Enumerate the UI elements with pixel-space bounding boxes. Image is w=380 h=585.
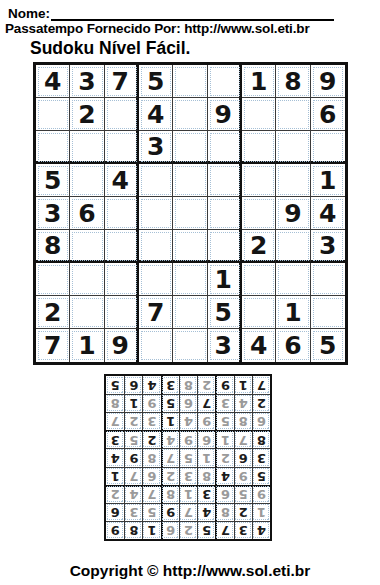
solution-cell-r6c9: 3 [106,430,124,448]
cell-r2c8[interactable] [276,98,310,131]
solution-cell-r4c7: 6 [142,467,160,485]
solution-cell-r2c5: 7 [179,503,197,521]
cell-r5c7[interactable] [242,197,276,230]
solution-cell-r7c4: 9 [197,412,215,430]
cell-r8c1: 2 [36,296,70,329]
solution-cell-r1c7: 1 [142,521,160,539]
solution-cell-r5c2: 6 [234,448,252,466]
cell-r3c4: 3 [139,131,173,164]
cell-r9c2: 1 [70,329,104,362]
cell-r4c5[interactable] [173,164,207,197]
solution-cell-r6c8: 5 [124,430,142,448]
solution-cell-r7c7: 3 [142,412,160,430]
solution-cell-r7c2: 8 [234,412,252,430]
name-field-row: Nome: [8,4,334,21]
cell-r3c7[interactable] [242,131,276,164]
solution-cell-r1c9: 9 [106,521,124,539]
cell-r5c1: 3 [36,197,70,230]
cell-r4c3: 4 [105,164,139,197]
cell-r5c3[interactable] [105,197,139,230]
solution-cell-r4c8: 7 [124,467,142,485]
cell-r6c5[interactable] [173,230,207,263]
cell-r4c6[interactable] [208,164,242,197]
solution-cell-r6c7: 2 [142,430,160,448]
solution-cell-r2c9: 6 [106,503,124,521]
solution-cell-r8c4: 7 [197,394,215,412]
cell-r1c5[interactable] [173,65,207,98]
solution-cell-r3c1: 9 [252,485,270,503]
solution-cell-r9c6: 3 [161,376,179,394]
solution-cell-r2c8: 3 [124,503,142,521]
cell-r2c3[interactable] [105,98,139,131]
cell-r7c6: 1 [208,263,242,296]
cell-r5c9: 4 [311,197,345,230]
sudoku-board: 4375189249635413694823127517193465 [33,62,348,365]
cell-r3c8[interactable] [276,131,310,164]
solution-cell-r7c8: 2 [124,412,142,430]
solution-cell-r9c5: 8 [179,376,197,394]
cell-r2c5[interactable] [173,98,207,131]
cell-r5c4[interactable] [139,197,173,230]
solution-cell-r5c1: 3 [252,448,270,466]
cell-r9c4[interactable] [139,329,173,362]
solution-cell-r8c2: 4 [234,394,252,412]
solution-cell-r3c3: 6 [215,485,233,503]
solution-cell-r4c5: 3 [179,467,197,485]
cell-r5c8: 9 [276,197,310,230]
solution-cell-r9c9: 5 [106,376,124,394]
solution-cell-r5c9: 4 [106,448,124,466]
solution-cell-r9c4: 2 [197,376,215,394]
solution-cell-r2c4: 4 [197,503,215,521]
cell-r8c4: 7 [139,296,173,329]
cell-r1c7: 1 [242,65,276,98]
solution-cell-r4c3: 4 [215,467,233,485]
cell-r3c9[interactable] [311,131,345,164]
solution-cell-r1c6: 6 [161,521,179,539]
cell-r7c7[interactable] [242,263,276,296]
cell-r4c2[interactable] [70,164,104,197]
cell-r6c2[interactable] [70,230,104,263]
solution-cell-r3c5: 1 [179,485,197,503]
name-blank-line[interactable] [51,4,334,21]
name-label: Nome: [8,6,50,21]
solution-cell-r6c4: 6 [197,430,215,448]
solution-cell-r4c9: 1 [106,467,124,485]
cell-r7c3[interactable] [105,263,139,296]
solution-cell-r6c6: 4 [161,430,179,448]
solution-cell-r4c6: 2 [161,467,179,485]
cell-r4c8[interactable] [276,164,310,197]
cell-r7c9[interactable] [311,263,345,296]
solution-cell-r3c7: 7 [142,485,160,503]
solution-cell-r5c8: 9 [124,448,142,466]
solution-cell-r1c3: 7 [215,521,233,539]
cell-r6c3[interactable] [105,230,139,263]
solution-cell-r1c2: 3 [234,521,252,539]
cell-r1c2: 3 [70,65,104,98]
solution-cell-r1c5: 2 [179,521,197,539]
cell-r1c1: 4 [36,65,70,98]
solution-cell-r4c2: 9 [234,467,252,485]
solution-cell-r3c8: 4 [124,485,142,503]
cell-r7c5[interactable] [173,263,207,296]
solution-cell-r1c8: 8 [124,521,142,539]
cell-r7c2[interactable] [70,263,104,296]
cell-r5c6[interactable] [208,197,242,230]
solution-cell-r6c1: 8 [252,430,270,448]
solution-cell-r2c7: 5 [142,503,160,521]
cell-r2c1[interactable] [36,98,70,131]
cell-r1c3: 7 [105,65,139,98]
solution-cell-r4c4: 8 [197,467,215,485]
cell-r4c1: 5 [36,164,70,197]
cell-r3c3[interactable] [105,131,139,164]
solution-cell-r1c4: 5 [197,521,215,539]
solution-cell-r5c3: 2 [215,448,233,466]
cell-r2c7[interactable] [242,98,276,131]
cell-r9c9: 5 [311,329,345,362]
cell-r1c8: 8 [276,65,310,98]
cell-r3c6[interactable] [208,131,242,164]
solution-cell-r9c3: 9 [215,376,233,394]
page-title: Sudoku Nível Fácil. [30,38,190,59]
cell-r1c6[interactable] [208,65,242,98]
solution-cell-r8c1: 2 [252,394,270,412]
solution-cell-r8c3: 3 [215,394,233,412]
sudoku-solution-board: 4375261891284795369563187425948326713621… [104,374,272,541]
solution-cell-r5c7: 8 [142,448,160,466]
solution-cell-r9c2: 1 [234,376,252,394]
cell-r6c8[interactable] [276,230,310,263]
cell-r4c7[interactable] [242,164,276,197]
cell-r8c5[interactable] [173,296,207,329]
cell-r5c5[interactable] [173,197,207,230]
solution-cell-r2c2: 2 [234,503,252,521]
cell-r2c6: 9 [208,98,242,131]
cell-r4c9: 1 [311,164,345,197]
solution-cell-r7c3: 5 [215,412,233,430]
cell-r9c5[interactable] [173,329,207,362]
solution-cell-r9c7: 4 [142,376,160,394]
cell-r6c7: 2 [242,230,276,263]
cell-r8c2[interactable] [70,296,104,329]
solution-cell-r8c7: 9 [142,394,160,412]
cell-r7c4[interactable] [139,263,173,296]
cell-r8c7[interactable] [242,296,276,329]
copyright-text: Copyright © http://www.sol.eti.br [0,562,380,580]
cell-r6c4[interactable] [139,230,173,263]
solution-cell-r3c9: 2 [106,485,124,503]
solution-cell-r8c5: 6 [179,394,197,412]
solution-cell-r8c9: 8 [106,394,124,412]
solution-cell-r3c2: 5 [234,485,252,503]
cell-r7c8[interactable] [276,263,310,296]
cell-r7c1[interactable] [36,263,70,296]
solution-cell-r8c8: 1 [124,394,142,412]
cell-r5c2: 6 [70,197,104,230]
cell-r4c4[interactable] [139,164,173,197]
cell-r9c3: 9 [105,329,139,362]
solution-cell-r2c1: 1 [252,503,270,521]
cell-r3c1[interactable] [36,131,70,164]
solution-cell-r3c4: 3 [197,485,215,503]
solution-cell-r6c2: 7 [234,430,252,448]
cell-r8c6: 5 [208,296,242,329]
solution-cell-r6c3: 1 [215,430,233,448]
solution-cell-r9c8: 6 [124,376,142,394]
solution-cell-r7c9: 7 [106,412,124,430]
cell-r8c8: 1 [276,296,310,329]
cell-r2c2: 2 [70,98,104,131]
solution-cell-r1c1: 4 [252,521,270,539]
solution-cell-r2c6: 9 [161,503,179,521]
cell-r3c5[interactable] [173,131,207,164]
cell-r8c9[interactable] [311,296,345,329]
solution-cell-r5c6: 7 [161,448,179,466]
solution-cell-r9c1: 7 [252,376,270,394]
cell-r6c1: 8 [36,230,70,263]
cell-r9c7: 4 [242,329,276,362]
provider-text: Passatempo Fornecido Por: http://www.sol… [5,21,310,36]
cell-r2c4: 4 [139,98,173,131]
solution-cell-r7c1: 6 [252,412,270,430]
cell-r2c9: 6 [311,98,345,131]
cell-r9c6: 3 [208,329,242,362]
cell-r9c8: 6 [276,329,310,362]
cell-r1c4: 5 [139,65,173,98]
cell-r1c9: 9 [311,65,345,98]
cell-r9c1: 7 [36,329,70,362]
cell-r3c2[interactable] [70,131,104,164]
cell-r6c9: 3 [311,230,345,263]
solution-cell-r4c1: 5 [252,467,270,485]
solution-cell-r7c6: 1 [161,412,179,430]
solution-cell-r2c3: 8 [215,503,233,521]
cell-r6c6[interactable] [208,230,242,263]
cell-r8c3[interactable] [105,296,139,329]
solution-cell-r6c5: 9 [179,430,197,448]
solution-cell-r3c6: 8 [161,485,179,503]
solution-cell-r8c6: 5 [161,394,179,412]
solution-cell-r5c5: 5 [179,448,197,466]
solution-cell-r7c5: 4 [179,412,197,430]
solution-cell-r5c4: 1 [197,448,215,466]
